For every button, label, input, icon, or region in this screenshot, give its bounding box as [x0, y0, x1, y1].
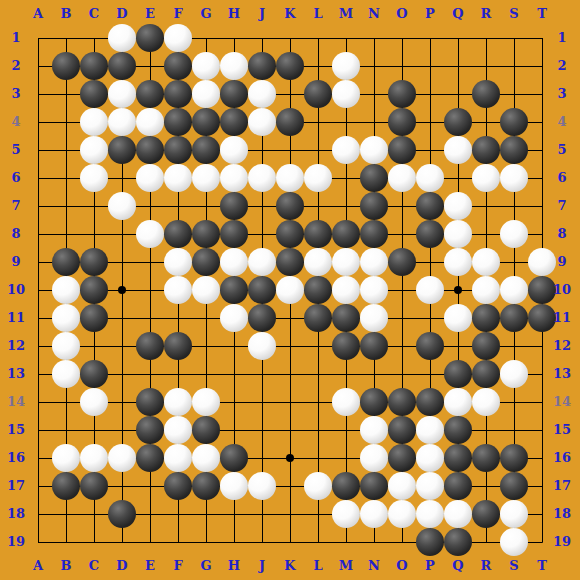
- stone-black-s5[interactable]: [500, 136, 528, 164]
- col-label-top-a: A: [24, 7, 52, 21]
- stone-black-q16[interactable]: [444, 444, 472, 472]
- row-label-left-1: 1: [2, 31, 30, 45]
- stone-white-r6[interactable]: [472, 164, 500, 192]
- stone-white-b12[interactable]: [52, 332, 80, 360]
- stone-black-e15[interactable]: [136, 416, 164, 444]
- stone-black-e14[interactable]: [136, 388, 164, 416]
- stone-white-h6[interactable]: [220, 164, 248, 192]
- row-label-left-16: 16: [2, 451, 30, 465]
- stone-black-q4[interactable]: [444, 108, 472, 136]
- stone-white-e8[interactable]: [136, 220, 164, 248]
- row-label-left-5: 5: [2, 143, 30, 157]
- stone-white-g6[interactable]: [192, 164, 220, 192]
- stone-black-h7[interactable]: [220, 192, 248, 220]
- stone-black-f5[interactable]: [164, 136, 192, 164]
- stone-black-l11[interactable]: [304, 304, 332, 332]
- stone-black-o9[interactable]: [388, 248, 416, 276]
- stone-black-m11[interactable]: [332, 304, 360, 332]
- col-label-bottom-l: L: [304, 559, 332, 573]
- stone-black-c3[interactable]: [80, 80, 108, 108]
- row-label-left-3: 3: [2, 87, 30, 101]
- stone-black-g8[interactable]: [192, 220, 220, 248]
- row-label-right-10: 10: [548, 283, 576, 297]
- stone-black-n6[interactable]: [360, 164, 388, 192]
- stone-white-n11[interactable]: [360, 304, 388, 332]
- row-label-left-13: 13: [2, 367, 30, 381]
- stone-white-b13[interactable]: [52, 360, 80, 388]
- stone-white-b11[interactable]: [52, 304, 80, 332]
- col-label-bottom-h: H: [220, 559, 248, 573]
- stone-black-c17[interactable]: [80, 472, 108, 500]
- stone-black-s17[interactable]: [500, 472, 528, 500]
- stone-black-o14[interactable]: [388, 388, 416, 416]
- stone-white-q11[interactable]: [444, 304, 472, 332]
- stone-white-e4[interactable]: [136, 108, 164, 136]
- stone-white-p10[interactable]: [416, 276, 444, 304]
- stone-black-k8[interactable]: [276, 220, 304, 248]
- col-label-bottom-q: Q: [444, 559, 472, 573]
- row-label-right-14: 14: [548, 395, 576, 409]
- stone-black-k7[interactable]: [276, 192, 304, 220]
- col-label-top-n: N: [360, 7, 388, 21]
- stone-black-n7[interactable]: [360, 192, 388, 220]
- col-label-top-t: T: [528, 7, 556, 21]
- row-label-right-1: 1: [548, 31, 576, 45]
- stone-black-f2[interactable]: [164, 52, 192, 80]
- stone-white-g3[interactable]: [192, 80, 220, 108]
- stone-black-e12[interactable]: [136, 332, 164, 360]
- stone-black-h3[interactable]: [220, 80, 248, 108]
- stone-white-n18[interactable]: [360, 500, 388, 528]
- stone-white-m18[interactable]: [332, 500, 360, 528]
- stone-white-d16[interactable]: [108, 444, 136, 472]
- stone-white-j9[interactable]: [248, 248, 276, 276]
- row-label-right-19: 19: [548, 535, 576, 549]
- col-label-top-f: F: [164, 7, 192, 21]
- row-label-right-12: 12: [548, 339, 576, 353]
- stone-white-s8[interactable]: [500, 220, 528, 248]
- stone-white-g16[interactable]: [192, 444, 220, 472]
- stone-black-k4[interactable]: [276, 108, 304, 136]
- go-board[interactable]: AABBCCDDEEFFGGHHJJKKLLMMNNOOPPQQRRSSTT11…: [0, 0, 580, 580]
- stone-black-e1[interactable]: [136, 24, 164, 52]
- stone-white-q7[interactable]: [444, 192, 472, 220]
- stone-black-b9[interactable]: [52, 248, 80, 276]
- star-point-q10: [454, 286, 462, 294]
- stone-black-d18[interactable]: [108, 500, 136, 528]
- stone-white-p18[interactable]: [416, 500, 444, 528]
- stone-black-r12[interactable]: [472, 332, 500, 360]
- stone-white-k6[interactable]: [276, 164, 304, 192]
- stone-black-c9[interactable]: [80, 248, 108, 276]
- stone-white-b16[interactable]: [52, 444, 80, 472]
- row-label-right-16: 16: [548, 451, 576, 465]
- stone-white-s10[interactable]: [500, 276, 528, 304]
- stone-white-p6[interactable]: [416, 164, 444, 192]
- stone-white-n16[interactable]: [360, 444, 388, 472]
- row-label-right-6: 6: [548, 171, 576, 185]
- stone-white-c5[interactable]: [80, 136, 108, 164]
- stone-black-d2[interactable]: [108, 52, 136, 80]
- stone-black-e3[interactable]: [136, 80, 164, 108]
- stone-black-n8[interactable]: [360, 220, 388, 248]
- stone-black-r3[interactable]: [472, 80, 500, 108]
- col-label-bottom-f: F: [164, 559, 192, 573]
- row-label-left-11: 11: [2, 311, 30, 325]
- stone-black-h8[interactable]: [220, 220, 248, 248]
- col-label-bottom-c: C: [80, 559, 108, 573]
- col-label-bottom-g: G: [192, 559, 220, 573]
- col-label-top-g: G: [192, 7, 220, 21]
- stone-black-n17[interactable]: [360, 472, 388, 500]
- stone-white-h17[interactable]: [220, 472, 248, 500]
- col-label-bottom-j: J: [248, 559, 276, 573]
- stone-white-o18[interactable]: [388, 500, 416, 528]
- row-label-left-10: 10: [2, 283, 30, 297]
- row-label-right-9: 9: [548, 255, 576, 269]
- stone-white-j6[interactable]: [248, 164, 276, 192]
- stone-white-g10[interactable]: [192, 276, 220, 304]
- stone-black-g17[interactable]: [192, 472, 220, 500]
- row-label-left-17: 17: [2, 479, 30, 493]
- stone-black-g9[interactable]: [192, 248, 220, 276]
- row-label-right-4: 4: [548, 115, 576, 129]
- stone-black-s4[interactable]: [500, 108, 528, 136]
- stone-white-f6[interactable]: [164, 164, 192, 192]
- col-label-bottom-e: E: [136, 559, 164, 573]
- stone-black-p7[interactable]: [416, 192, 444, 220]
- col-label-bottom-s: S: [500, 559, 528, 573]
- stone-black-r5[interactable]: [472, 136, 500, 164]
- stone-black-o15[interactable]: [388, 416, 416, 444]
- stone-white-m5[interactable]: [332, 136, 360, 164]
- stone-black-l8[interactable]: [304, 220, 332, 248]
- stone-black-k2[interactable]: [276, 52, 304, 80]
- stone-black-f4[interactable]: [164, 108, 192, 136]
- stone-black-o5[interactable]: [388, 136, 416, 164]
- stone-white-b10[interactable]: [52, 276, 80, 304]
- stone-white-n5[interactable]: [360, 136, 388, 164]
- stone-black-f3[interactable]: [164, 80, 192, 108]
- stone-white-f9[interactable]: [164, 248, 192, 276]
- col-label-top-o: O: [388, 7, 416, 21]
- stone-black-k9[interactable]: [276, 248, 304, 276]
- stone-black-h16[interactable]: [220, 444, 248, 472]
- stone-black-g15[interactable]: [192, 416, 220, 444]
- stone-white-l9[interactable]: [304, 248, 332, 276]
- stone-white-s19[interactable]: [500, 528, 528, 556]
- col-label-top-l: L: [304, 7, 332, 21]
- row-label-right-5: 5: [548, 143, 576, 157]
- stone-black-r18[interactable]: [472, 500, 500, 528]
- stone-white-o6[interactable]: [388, 164, 416, 192]
- stone-black-b2[interactable]: [52, 52, 80, 80]
- stone-black-l10[interactable]: [304, 276, 332, 304]
- stone-black-g5[interactable]: [192, 136, 220, 164]
- stone-black-e5[interactable]: [136, 136, 164, 164]
- stone-white-f1[interactable]: [164, 24, 192, 52]
- stone-white-h11[interactable]: [220, 304, 248, 332]
- stone-white-k10[interactable]: [276, 276, 304, 304]
- stone-white-p16[interactable]: [416, 444, 444, 472]
- stone-black-g4[interactable]: [192, 108, 220, 136]
- row-label-left-7: 7: [2, 199, 30, 213]
- stone-black-e16[interactable]: [136, 444, 164, 472]
- col-label-bottom-d: D: [108, 559, 136, 573]
- col-label-bottom-k: K: [276, 559, 304, 573]
- stone-black-f17[interactable]: [164, 472, 192, 500]
- stone-white-r14[interactable]: [472, 388, 500, 416]
- stone-white-o17[interactable]: [388, 472, 416, 500]
- stone-white-j12[interactable]: [248, 332, 276, 360]
- col-label-top-c: C: [80, 7, 108, 21]
- stone-white-h9[interactable]: [220, 248, 248, 276]
- stone-white-c16[interactable]: [80, 444, 108, 472]
- stone-black-q17[interactable]: [444, 472, 472, 500]
- stone-white-m14[interactable]: [332, 388, 360, 416]
- stone-white-f16[interactable]: [164, 444, 192, 472]
- stone-white-s13[interactable]: [500, 360, 528, 388]
- row-label-left-6: 6: [2, 171, 30, 185]
- col-label-top-h: H: [220, 7, 248, 21]
- stone-white-e6[interactable]: [136, 164, 164, 192]
- stone-black-m12[interactable]: [332, 332, 360, 360]
- col-label-top-d: D: [108, 7, 136, 21]
- star-point-k16: [286, 454, 294, 462]
- stone-black-n12[interactable]: [360, 332, 388, 360]
- stone-black-d5[interactable]: [108, 136, 136, 164]
- stone-black-c2[interactable]: [80, 52, 108, 80]
- col-label-top-k: K: [276, 7, 304, 21]
- col-label-top-m: M: [332, 7, 360, 21]
- col-label-bottom-n: N: [360, 559, 388, 573]
- stone-black-l3[interactable]: [304, 80, 332, 108]
- stone-black-c10[interactable]: [80, 276, 108, 304]
- row-label-left-8: 8: [2, 227, 30, 241]
- stone-white-j4[interactable]: [248, 108, 276, 136]
- stone-white-g2[interactable]: [192, 52, 220, 80]
- col-label-top-p: P: [416, 7, 444, 21]
- stone-white-n9[interactable]: [360, 248, 388, 276]
- row-label-left-19: 19: [2, 535, 30, 549]
- col-label-top-s: S: [500, 7, 528, 21]
- stone-black-r16[interactable]: [472, 444, 500, 472]
- stone-black-r11[interactable]: [472, 304, 500, 332]
- stone-white-l17[interactable]: [304, 472, 332, 500]
- stone-white-m9[interactable]: [332, 248, 360, 276]
- stone-black-p19[interactable]: [416, 528, 444, 556]
- col-label-bottom-t: T: [528, 559, 556, 573]
- row-label-right-15: 15: [548, 423, 576, 437]
- stone-white-q18[interactable]: [444, 500, 472, 528]
- stone-white-j3[interactable]: [248, 80, 276, 108]
- stone-white-m10[interactable]: [332, 276, 360, 304]
- row-label-left-18: 18: [2, 507, 30, 521]
- stone-white-n15[interactable]: [360, 416, 388, 444]
- stone-white-d4[interactable]: [108, 108, 136, 136]
- stone-black-j10[interactable]: [248, 276, 276, 304]
- stone-white-c14[interactable]: [80, 388, 108, 416]
- stone-white-s6[interactable]: [500, 164, 528, 192]
- stone-black-o4[interactable]: [388, 108, 416, 136]
- stone-black-f8[interactable]: [164, 220, 192, 248]
- col-label-bottom-r: R: [472, 559, 500, 573]
- stone-black-p8[interactable]: [416, 220, 444, 248]
- row-label-left-9: 9: [2, 255, 30, 269]
- row-label-left-14: 14: [2, 395, 30, 409]
- stone-black-s16[interactable]: [500, 444, 528, 472]
- stone-black-m8[interactable]: [332, 220, 360, 248]
- stone-black-o16[interactable]: [388, 444, 416, 472]
- stone-black-f12[interactable]: [164, 332, 192, 360]
- stone-white-q9[interactable]: [444, 248, 472, 276]
- row-label-left-4: 4: [2, 115, 30, 129]
- stone-black-j2[interactable]: [248, 52, 276, 80]
- stone-black-q13[interactable]: [444, 360, 472, 388]
- stone-white-r10[interactable]: [472, 276, 500, 304]
- stone-white-r9[interactable]: [472, 248, 500, 276]
- stone-white-q8[interactable]: [444, 220, 472, 248]
- col-label-bottom-p: P: [416, 559, 444, 573]
- stone-white-h2[interactable]: [220, 52, 248, 80]
- col-label-top-j: J: [248, 7, 276, 21]
- row-label-right-13: 13: [548, 367, 576, 381]
- stone-black-o3[interactable]: [388, 80, 416, 108]
- row-label-left-12: 12: [2, 339, 30, 353]
- stone-black-q15[interactable]: [444, 416, 472, 444]
- stone-black-p12[interactable]: [416, 332, 444, 360]
- col-label-bottom-o: O: [388, 559, 416, 573]
- row-label-right-7: 7: [548, 199, 576, 213]
- row-label-right-11: 11: [548, 311, 576, 325]
- stone-black-c13[interactable]: [80, 360, 108, 388]
- col-label-bottom-b: B: [52, 559, 80, 573]
- stone-white-m2[interactable]: [332, 52, 360, 80]
- stone-black-s11[interactable]: [500, 304, 528, 332]
- row-label-right-8: 8: [548, 227, 576, 241]
- stone-white-q5[interactable]: [444, 136, 472, 164]
- stone-white-h5[interactable]: [220, 136, 248, 164]
- row-label-right-2: 2: [548, 59, 576, 73]
- stone-white-f14[interactable]: [164, 388, 192, 416]
- stone-white-s18[interactable]: [500, 500, 528, 528]
- col-label-top-r: R: [472, 7, 500, 21]
- stone-black-h10[interactable]: [220, 276, 248, 304]
- stone-white-q14[interactable]: [444, 388, 472, 416]
- stone-white-m3[interactable]: [332, 80, 360, 108]
- stone-white-l6[interactable]: [304, 164, 332, 192]
- stone-black-p14[interactable]: [416, 388, 444, 416]
- stone-white-g14[interactable]: [192, 388, 220, 416]
- stone-black-b17[interactable]: [52, 472, 80, 500]
- star-point-d10: [118, 286, 126, 294]
- stone-black-n14[interactable]: [360, 388, 388, 416]
- col-label-bottom-m: M: [332, 559, 360, 573]
- row-label-right-17: 17: [548, 479, 576, 493]
- stone-white-p17[interactable]: [416, 472, 444, 500]
- stone-white-d7[interactable]: [108, 192, 136, 220]
- stone-white-d1[interactable]: [108, 24, 136, 52]
- col-label-bottom-a: A: [24, 559, 52, 573]
- row-label-left-2: 2: [2, 59, 30, 73]
- row-label-right-18: 18: [548, 507, 576, 521]
- stone-black-q19[interactable]: [444, 528, 472, 556]
- stone-white-f10[interactable]: [164, 276, 192, 304]
- row-label-right-3: 3: [548, 87, 576, 101]
- stone-black-m17[interactable]: [332, 472, 360, 500]
- stone-white-j17[interactable]: [248, 472, 276, 500]
- col-label-top-b: B: [52, 7, 80, 21]
- stone-white-p15[interactable]: [416, 416, 444, 444]
- stone-black-c11[interactable]: [80, 304, 108, 332]
- col-label-top-e: E: [136, 7, 164, 21]
- stone-black-h4[interactable]: [220, 108, 248, 136]
- stone-white-d3[interactable]: [108, 80, 136, 108]
- stone-white-n10[interactable]: [360, 276, 388, 304]
- stone-black-j11[interactable]: [248, 304, 276, 332]
- stone-white-c4[interactable]: [80, 108, 108, 136]
- stone-white-c6[interactable]: [80, 164, 108, 192]
- stone-black-r13[interactable]: [472, 360, 500, 388]
- stone-white-f15[interactable]: [164, 416, 192, 444]
- col-label-top-q: Q: [444, 7, 472, 21]
- row-label-left-15: 15: [2, 423, 30, 437]
